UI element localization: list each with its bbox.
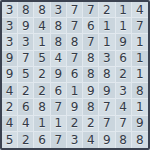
grid-cell-r1c2[interactable]: 8 bbox=[18, 2, 34, 18]
grid-cell-r3c3[interactable]: 1 bbox=[34, 34, 50, 50]
cell-digit: 8 bbox=[38, 101, 46, 113]
cell-digit: 1 bbox=[38, 36, 46, 48]
grid-cell-r3c5[interactable]: 8 bbox=[67, 34, 83, 50]
grid-cell-r8c8[interactable]: 7 bbox=[116, 116, 132, 132]
grid-cell-r4c7[interactable]: 3 bbox=[99, 51, 115, 67]
cell-digit: 8 bbox=[71, 36, 79, 48]
grid-cell-r2c8[interactable]: 1 bbox=[116, 18, 132, 34]
grid-cell-r5c7[interactable]: 8 bbox=[99, 67, 115, 83]
cell-digit: 9 bbox=[119, 36, 127, 48]
cell-digit: 9 bbox=[71, 101, 79, 113]
cell-digit: 8 bbox=[22, 4, 30, 16]
grid-cell-r6c4[interactable]: 6 bbox=[51, 83, 67, 99]
cell-digit: 9 bbox=[54, 68, 62, 80]
cell-digit: 9 bbox=[87, 85, 95, 97]
grid-cell-r2c5[interactable]: 7 bbox=[67, 18, 83, 34]
grid-cell-r5c4[interactable]: 9 bbox=[51, 67, 67, 83]
cell-digit: 3 bbox=[54, 4, 62, 16]
cell-digit: 5 bbox=[22, 68, 30, 80]
cell-digit: 2 bbox=[22, 134, 30, 146]
grid-cell-r3c9[interactable]: 1 bbox=[132, 34, 148, 50]
grid-cell-r8c6[interactable]: 2 bbox=[83, 116, 99, 132]
grid-cell-r1c7[interactable]: 2 bbox=[99, 2, 115, 18]
grid-cell-r5c5[interactable]: 6 bbox=[67, 67, 83, 83]
grid-cell-r4c4[interactable]: 4 bbox=[51, 51, 67, 67]
cell-digit: 7 bbox=[71, 20, 79, 32]
cell-digit: 6 bbox=[22, 101, 30, 113]
cell-digit: 4 bbox=[6, 85, 14, 97]
cell-digit: 6 bbox=[119, 52, 127, 64]
grid-cell-r6c7[interactable]: 9 bbox=[99, 83, 115, 99]
cell-digit: 6 bbox=[54, 85, 62, 97]
cell-digit: 1 bbox=[38, 117, 46, 129]
grid-cell-r4c1[interactable]: 9 bbox=[2, 51, 18, 67]
cell-digit: 5 bbox=[6, 134, 14, 146]
cell-digit: 2 bbox=[22, 85, 30, 97]
grid-cell-r3c7[interactable]: 1 bbox=[99, 34, 115, 50]
grid-cell-r8c2[interactable]: 4 bbox=[18, 116, 34, 132]
grid-cell-r1c6[interactable]: 7 bbox=[83, 2, 99, 18]
cell-digit: 7 bbox=[22, 52, 30, 64]
grid-cell-r6c6[interactable]: 9 bbox=[83, 83, 99, 99]
grid-cell-r7c3[interactable]: 8 bbox=[34, 99, 50, 115]
cell-digit: 3 bbox=[119, 85, 127, 97]
cell-digit: 4 bbox=[87, 134, 95, 146]
cell-digit: 8 bbox=[136, 85, 144, 97]
grid-cell-r9c5[interactable]: 3 bbox=[67, 132, 83, 148]
cell-digit: 2 bbox=[119, 68, 127, 80]
cell-digit: 2 bbox=[87, 117, 95, 129]
grid-cell-r7c2[interactable]: 6 bbox=[18, 99, 34, 115]
grid-cell-r5c9[interactable]: 1 bbox=[132, 67, 148, 83]
grid-cell-r1c8[interactable]: 1 bbox=[116, 2, 132, 18]
grid-cell-r6c8[interactable]: 3 bbox=[116, 83, 132, 99]
grid-cell-r6c9[interactable]: 8 bbox=[132, 83, 148, 99]
cell-digit: 1 bbox=[136, 52, 144, 64]
grid-cell-r5c2[interactable]: 5 bbox=[18, 67, 34, 83]
cell-digit: 3 bbox=[22, 36, 30, 48]
grid-cell-r2c6[interactable]: 6 bbox=[83, 18, 99, 34]
cell-digit: 1 bbox=[136, 68, 144, 80]
cell-digit: 8 bbox=[119, 134, 127, 146]
cell-digit: 7 bbox=[71, 4, 79, 16]
grid-cell-r2c1[interactable]: 3 bbox=[2, 18, 18, 34]
cell-digit: 8 bbox=[54, 20, 62, 32]
grid-cell-r9c8[interactable]: 8 bbox=[116, 132, 132, 148]
cell-digit: 1 bbox=[103, 20, 111, 32]
grid-cell-r5c1[interactable]: 9 bbox=[2, 67, 18, 83]
grid-cell-r8c7[interactable]: 7 bbox=[99, 116, 115, 132]
grid-cell-r7c5[interactable]: 9 bbox=[67, 99, 83, 115]
cell-digit: 9 bbox=[136, 117, 144, 129]
grid-cell-r7c7[interactable]: 7 bbox=[99, 99, 115, 115]
number-search-board: 3883772143948761173318871919754783619529… bbox=[0, 0, 150, 150]
cell-digit: 3 bbox=[6, 20, 14, 32]
grid-cell-r7c1[interactable]: 2 bbox=[2, 99, 18, 115]
grid-cell-r8c3[interactable]: 1 bbox=[34, 116, 50, 132]
cell-digit: 7 bbox=[103, 101, 111, 113]
grid-cell-r2c4[interactable]: 8 bbox=[51, 18, 67, 34]
grid-cell-r3c4[interactable]: 8 bbox=[51, 34, 67, 50]
cell-digit: 4 bbox=[22, 117, 30, 129]
cell-digit: 8 bbox=[54, 36, 62, 48]
grid-cell-r9c4[interactable]: 7 bbox=[51, 132, 67, 148]
cell-digit: 1 bbox=[119, 4, 127, 16]
grid-cell-r3c2[interactable]: 3 bbox=[18, 34, 34, 50]
cell-digit: 4 bbox=[136, 4, 144, 16]
cell-digit: 1 bbox=[119, 20, 127, 32]
cell-digit: 8 bbox=[87, 101, 95, 113]
grid-cell-r7c6[interactable]: 8 bbox=[83, 99, 99, 115]
grid-cell-r6c3[interactable]: 2 bbox=[34, 83, 50, 99]
cell-digit: 2 bbox=[103, 4, 111, 16]
grid-cell-r6c5[interactable]: 1 bbox=[67, 83, 83, 99]
grid-cell-r2c7[interactable]: 1 bbox=[99, 18, 115, 34]
cell-digit: 8 bbox=[136, 134, 144, 146]
cell-digit: 2 bbox=[71, 117, 79, 129]
cell-digit: 7 bbox=[87, 4, 95, 16]
cell-digit: 1 bbox=[136, 36, 144, 48]
grid-cell-r7c9[interactable]: 1 bbox=[132, 99, 148, 115]
grid-cell-r9c6[interactable]: 4 bbox=[83, 132, 99, 148]
cell-digit: 1 bbox=[54, 117, 62, 129]
grid-cell-r1c9[interactable]: 4 bbox=[132, 2, 148, 18]
cell-digit: 4 bbox=[54, 52, 62, 64]
cell-digit: 6 bbox=[87, 20, 95, 32]
cell-digit: 7 bbox=[71, 52, 79, 64]
grid-cell-r9c1[interactable]: 5 bbox=[2, 132, 18, 148]
cell-digit: 9 bbox=[6, 52, 14, 64]
grid-cell-r9c7[interactable]: 9 bbox=[99, 132, 115, 148]
grid-cell-r2c3[interactable]: 4 bbox=[34, 18, 50, 34]
cell-digit: 8 bbox=[87, 52, 95, 64]
grid-cell-r6c2[interactable]: 2 bbox=[18, 83, 34, 99]
grid-cell-r6c1[interactable]: 4 bbox=[2, 83, 18, 99]
cell-digit: 1 bbox=[71, 85, 79, 97]
grid-cell-r5c6[interactable]: 8 bbox=[83, 67, 99, 83]
grid-cell-r8c5[interactable]: 2 bbox=[67, 116, 83, 132]
cell-digit: 4 bbox=[6, 117, 14, 129]
cell-digit: 7 bbox=[103, 117, 111, 129]
cell-digit: 4 bbox=[38, 20, 46, 32]
cell-digit: 7 bbox=[136, 20, 144, 32]
cell-digit: 2 bbox=[6, 101, 14, 113]
grid-cell-r2c2[interactable]: 9 bbox=[18, 18, 34, 34]
cell-digit: 9 bbox=[22, 20, 30, 32]
cell-digit: 7 bbox=[54, 101, 62, 113]
grid-cell-r9c3[interactable]: 6 bbox=[34, 132, 50, 148]
grid-cell-r7c8[interactable]: 4 bbox=[116, 99, 132, 115]
grid-cell-r5c3[interactable]: 2 bbox=[34, 67, 50, 83]
cell-digit: 9 bbox=[6, 68, 14, 80]
cell-digit: 1 bbox=[136, 101, 144, 113]
grid-cell-r4c9[interactable]: 1 bbox=[132, 51, 148, 67]
grid-cell-r1c5[interactable]: 7 bbox=[67, 2, 83, 18]
cell-digit: 6 bbox=[38, 134, 46, 146]
grid-cell-r3c6[interactable]: 7 bbox=[83, 34, 99, 50]
cell-digit: 4 bbox=[119, 101, 127, 113]
cell-digit: 8 bbox=[87, 68, 95, 80]
cell-digit: 9 bbox=[103, 85, 111, 97]
grid-cell-r9c2[interactable]: 2 bbox=[18, 132, 34, 148]
grid-cell-r8c1[interactable]: 4 bbox=[2, 116, 18, 132]
cell-digit: 7 bbox=[119, 117, 127, 129]
cell-digit: 8 bbox=[103, 68, 111, 80]
cell-digit: 2 bbox=[38, 85, 46, 97]
cell-digit: 3 bbox=[6, 4, 14, 16]
cell-digit: 9 bbox=[103, 134, 111, 146]
cell-digit: 3 bbox=[71, 134, 79, 146]
grid-cell-r1c3[interactable]: 8 bbox=[34, 2, 50, 18]
grid-cell-r3c1[interactable]: 3 bbox=[2, 34, 18, 50]
grid-cell-r4c2[interactable]: 7 bbox=[18, 51, 34, 67]
cell-digit: 7 bbox=[54, 134, 62, 146]
grid-cell-r5c8[interactable]: 2 bbox=[116, 67, 132, 83]
cell-digit: 1 bbox=[103, 36, 111, 48]
cell-digit: 7 bbox=[87, 36, 95, 48]
cell-digit: 8 bbox=[38, 4, 46, 16]
grid-cell-r8c4[interactable]: 1 bbox=[51, 116, 67, 132]
grid-cell-r4c5[interactable]: 7 bbox=[67, 51, 83, 67]
grid-cell-r4c8[interactable]: 6 bbox=[116, 51, 132, 67]
grid-cell-r1c4[interactable]: 3 bbox=[51, 2, 67, 18]
cell-digit: 6 bbox=[71, 68, 79, 80]
grid-cell-r3c8[interactable]: 9 bbox=[116, 34, 132, 50]
cell-digit: 5 bbox=[38, 52, 46, 64]
grid-cell-r7c4[interactable]: 7 bbox=[51, 99, 67, 115]
grid-cell-r9c9[interactable]: 8 bbox=[132, 132, 148, 148]
grid-cell-r2c9[interactable]: 7 bbox=[132, 18, 148, 34]
grid-cell-r8c9[interactable]: 9 bbox=[132, 116, 148, 132]
grid-cell-r1c1[interactable]: 3 bbox=[2, 2, 18, 18]
cell-digit: 2 bbox=[38, 68, 46, 80]
cell-digit: 3 bbox=[6, 36, 14, 48]
cell-digit: 3 bbox=[103, 52, 111, 64]
grid-cell-r4c6[interactable]: 8 bbox=[83, 51, 99, 67]
grid-cell-r4c3[interactable]: 5 bbox=[34, 51, 50, 67]
